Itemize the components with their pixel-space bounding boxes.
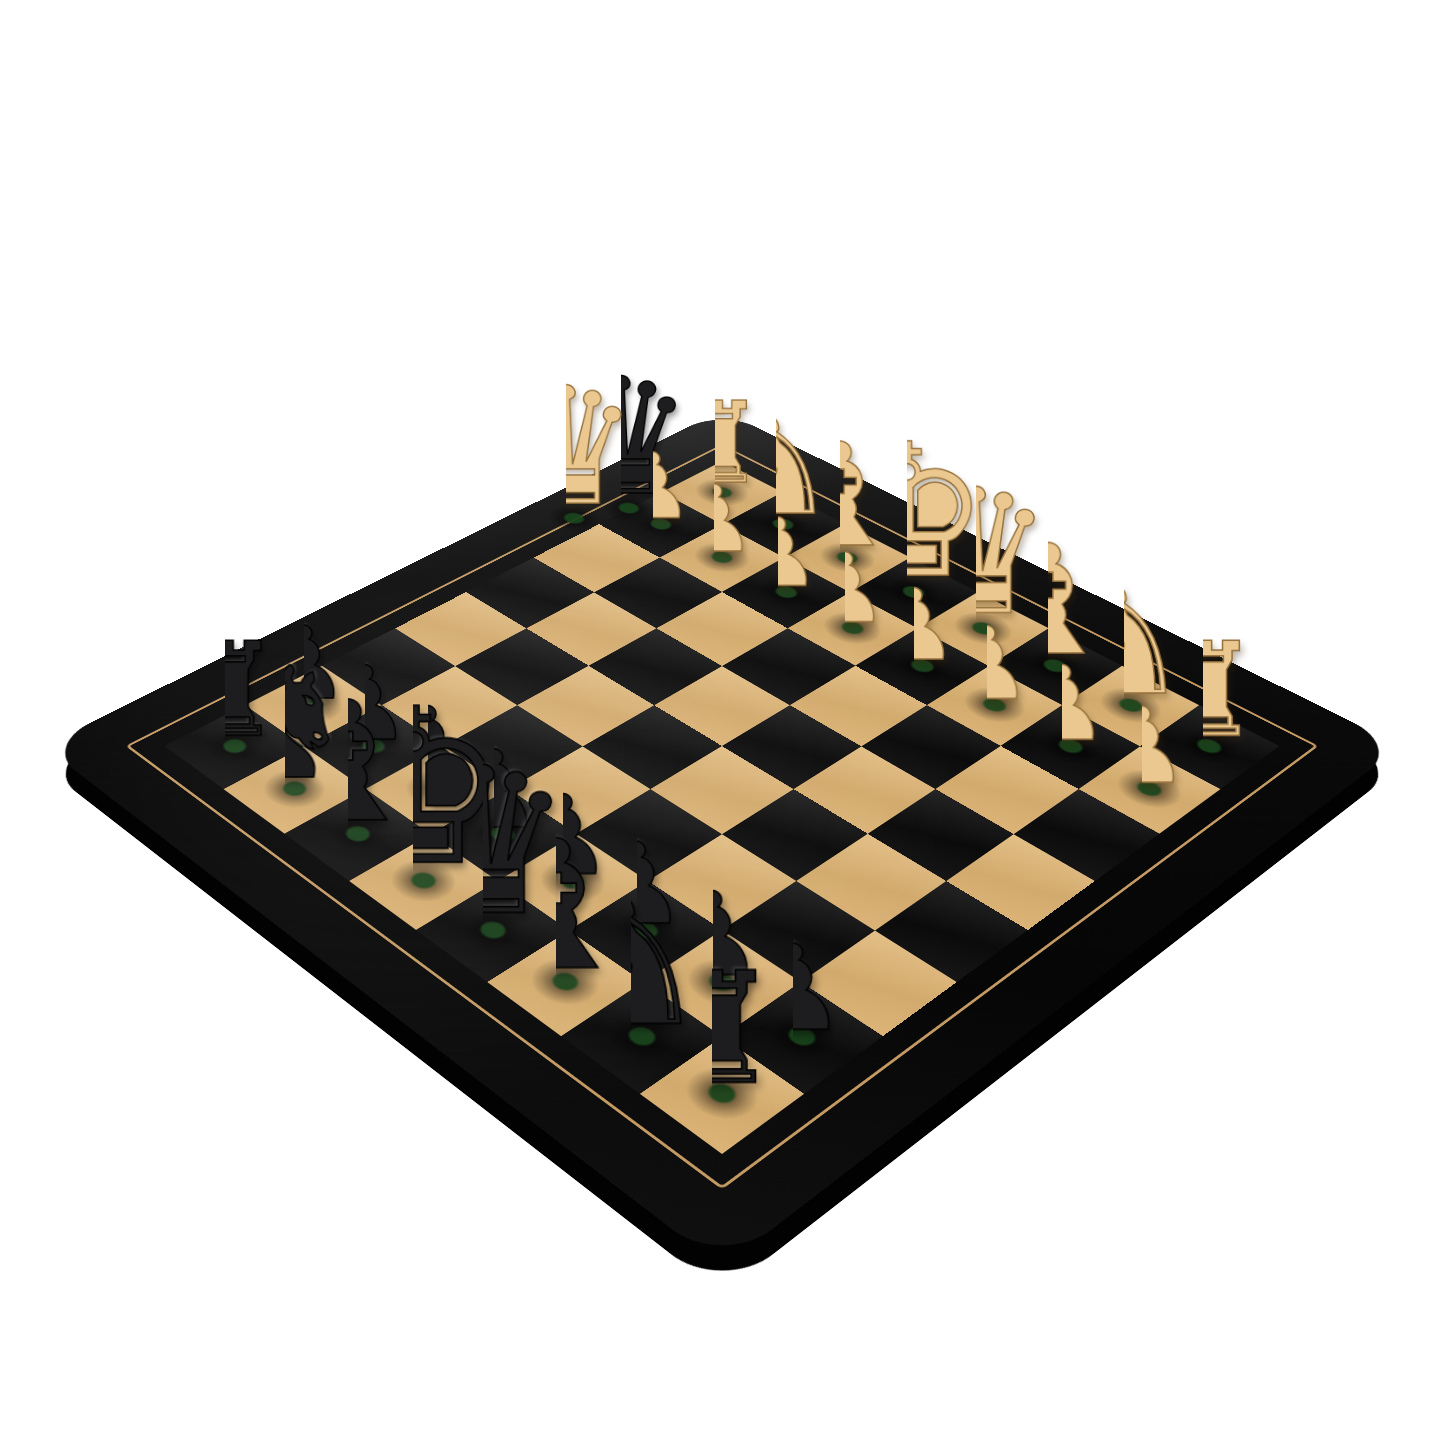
chess-set-product-photo: ♜♞♝♚♛♝♞♜♟♟♟♟♟♟♟♟♟♟♟♟♟♟♟♟♜♞♝♚♛♝♞♜ ♛♛ — [0, 0, 1445, 1445]
board-squares: ♜♞♝♚♛♝♞♜♟♟♟♟♟♟♟♟♟♟♟♟♟♟♟♟♜♞♝♚♛♝♞♜ — [165, 461, 1279, 1154]
chess-board: ♜♞♝♚♛♝♞♜♟♟♟♟♟♟♟♟♟♟♟♟♟♟♟♟♜♞♝♚♛♝♞♜ ♛♛ — [43, 410, 1401, 1267]
